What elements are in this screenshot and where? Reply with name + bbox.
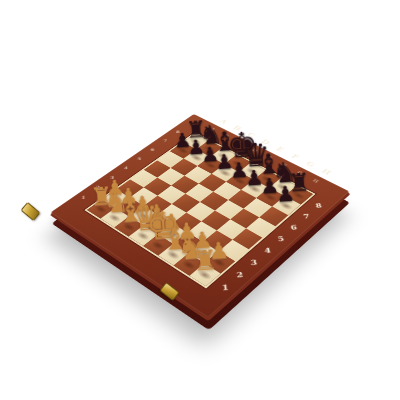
board-frame: ♜♞♝♚♛♝♞♜♟♟♟♟♟♟♟♟♟♟♟♟♟♟♟♟♜♞♝♛♚♝♞♜ AA11BB2… <box>50 114 349 318</box>
piece-black-pawn-h7: ♟ <box>275 184 297 207</box>
rank-label-7: 7 <box>297 209 315 224</box>
rank-label-far-7: 7 <box>160 135 171 147</box>
rank-label-far-6: 6 <box>147 144 158 156</box>
brass-clasp-left <box>20 202 40 221</box>
piece-white-rook-h1: ♜ <box>192 246 216 275</box>
square-f6 <box>228 190 256 209</box>
file-label-H: H <box>315 165 337 178</box>
rank-label-far-4: 4 <box>120 162 132 175</box>
photo-background: ♜♞♝♚♛♝♞♜♟♟♟♟♟♟♟♟♟♟♟♟♟♟♟♟♜♞♝♛♚♝♞♜ AA11BB2… <box>0 0 400 400</box>
rank-label-6: 6 <box>285 220 303 235</box>
chess-board: ♜♞♝♚♛♝♞♜♟♟♟♟♟♟♟♟♟♟♟♟♟♟♟♟♜♞♝♛♚♝♞♜ AA11BB2… <box>50 114 349 318</box>
rank-label-far-1: 1 <box>77 191 90 205</box>
rank-label-8: 8 <box>310 198 328 213</box>
rank-label-far-5: 5 <box>134 153 145 166</box>
